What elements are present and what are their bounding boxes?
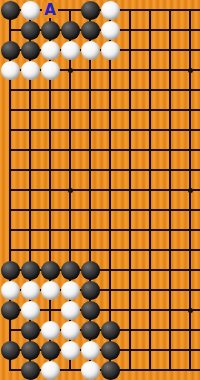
star-point (188, 308, 193, 313)
black-stone (1, 41, 20, 60)
black-stone (81, 301, 100, 320)
black-stone (21, 21, 40, 40)
black-stone (41, 261, 60, 280)
black-stone (101, 361, 120, 380)
black-stone (101, 321, 120, 340)
board-gridline-horizontal (9, 149, 200, 151)
board-gridline-horizontal (9, 89, 200, 91)
board-gridline-horizontal (9, 189, 200, 191)
board-gridline-horizontal (9, 169, 200, 171)
black-stone (21, 321, 40, 340)
black-stone (1, 261, 20, 280)
white-stone (21, 1, 40, 20)
board-gridline-horizontal (9, 209, 200, 211)
white-stone (81, 361, 100, 380)
white-stone (21, 281, 40, 300)
white-stone (81, 341, 100, 360)
white-stone (41, 41, 60, 60)
board-gridline-horizontal (9, 249, 200, 251)
white-stone (61, 281, 80, 300)
point-label-A[interactable]: A (42, 2, 58, 18)
white-stone (101, 41, 120, 60)
white-stone (41, 61, 60, 80)
star-point (68, 68, 73, 73)
board-gridline-horizontal (9, 129, 200, 131)
black-stone (101, 341, 120, 360)
white-stone (81, 41, 100, 60)
black-stone (41, 21, 60, 40)
black-stone (41, 341, 60, 360)
board-gridline-horizontal (9, 229, 200, 231)
black-stone (81, 281, 100, 300)
black-stone (61, 21, 80, 40)
black-stone (81, 21, 100, 40)
black-stone (21, 41, 40, 60)
go-app-screenshot: A (0, 0, 200, 380)
white-stone (1, 281, 20, 300)
black-stone (21, 341, 40, 360)
white-stone (1, 61, 20, 80)
white-stone (41, 281, 60, 300)
star-point (68, 188, 73, 193)
go-board[interactable]: A (0, 0, 200, 380)
black-stone (21, 261, 40, 280)
white-stone (101, 1, 120, 20)
black-stone (61, 261, 80, 280)
white-stone (41, 361, 60, 380)
white-stone (61, 301, 80, 320)
white-stone (61, 41, 80, 60)
board-gridline-horizontal (9, 109, 200, 111)
black-stone (1, 301, 20, 320)
black-stone (81, 261, 100, 280)
white-stone (61, 341, 80, 360)
white-stone (101, 21, 120, 40)
white-stone (61, 321, 80, 340)
black-stone (81, 321, 100, 340)
star-point (188, 188, 193, 193)
white-stone (21, 301, 40, 320)
white-stone (41, 321, 60, 340)
black-stone (21, 361, 40, 380)
star-point (188, 68, 193, 73)
white-stone (21, 61, 40, 80)
black-stone (1, 1, 20, 20)
black-stone (81, 1, 100, 20)
black-stone (1, 341, 20, 360)
